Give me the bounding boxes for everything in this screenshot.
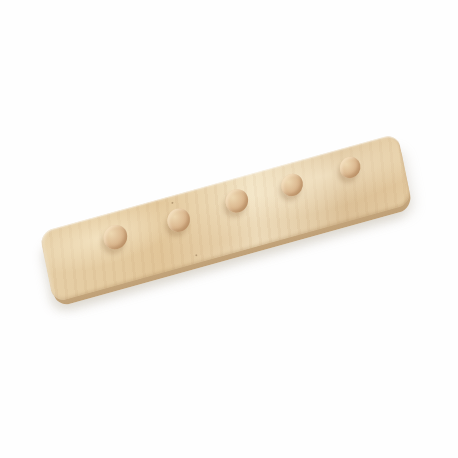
peg-3 bbox=[224, 186, 251, 215]
peg-sites-grid bbox=[83, 140, 379, 263]
photo-scene bbox=[0, 0, 458, 458]
wooden-peg-board bbox=[39, 133, 413, 308]
board-top-face bbox=[39, 133, 412, 303]
peg-4 bbox=[279, 171, 305, 198]
peg-1 bbox=[101, 222, 129, 252]
peg-2 bbox=[165, 205, 192, 234]
peg-5 bbox=[337, 154, 361, 180]
